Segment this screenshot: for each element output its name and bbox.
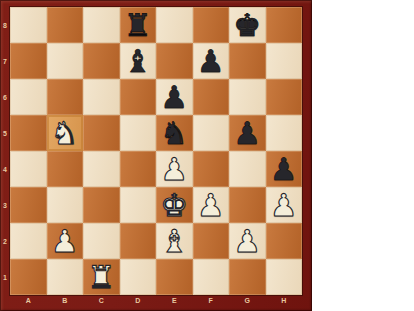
black-bishop-piece[interactable]: ♝: [124, 43, 152, 79]
white-bishop-piece[interactable]: ♝: [160, 223, 188, 259]
square-b6[interactable]: [47, 79, 84, 115]
white-pawn-piece[interactable]: ♟: [233, 223, 261, 259]
square-d4[interactable]: [120, 151, 157, 187]
square-d6[interactable]: [120, 79, 157, 115]
square-g4[interactable]: [229, 151, 266, 187]
file-label-a: A: [10, 295, 47, 311]
black-pawn-piece[interactable]: ♟: [160, 79, 188, 115]
square-f4[interactable]: [193, 151, 230, 187]
square-e4[interactable]: ♟: [156, 151, 193, 187]
white-knight-piece[interactable]: ♞: [51, 115, 79, 151]
black-pawn-piece[interactable]: ♟: [197, 43, 225, 79]
square-c7[interactable]: [83, 43, 120, 79]
rank-label-2: 2: [0, 223, 10, 259]
square-b4[interactable]: [47, 151, 84, 187]
square-e8[interactable]: [156, 7, 193, 43]
square-e3[interactable]: ♚: [156, 187, 193, 223]
square-h5[interactable]: [266, 115, 303, 151]
white-king-piece[interactable]: ♚: [160, 187, 188, 223]
black-knight-piece[interactable]: ♞: [160, 115, 188, 151]
square-a2[interactable]: [10, 223, 47, 259]
file-label-f: F: [193, 295, 230, 311]
white-pawn-piece[interactable]: ♟: [160, 151, 188, 187]
square-a3[interactable]: [10, 187, 47, 223]
square-b5[interactable]: ♞: [47, 115, 84, 151]
square-b3[interactable]: [47, 187, 84, 223]
square-b8[interactable]: [47, 7, 84, 43]
rank-label-7: 7: [0, 43, 10, 79]
square-a4[interactable]: [10, 151, 47, 187]
square-c5[interactable]: [83, 115, 120, 151]
square-c6[interactable]: [83, 79, 120, 115]
square-c8[interactable]: [83, 7, 120, 43]
square-d7[interactable]: ♝: [120, 43, 157, 79]
square-h6[interactable]: [266, 79, 303, 115]
square-g5[interactable]: ♟: [229, 115, 266, 151]
chess-board[interactable]: ♜♚♝♟♟♞♞♟♟♟♚♟♟♟♝♟♜: [10, 7, 302, 295]
square-c2[interactable]: [83, 223, 120, 259]
square-c1[interactable]: ♜: [83, 259, 120, 295]
square-g1[interactable]: [229, 259, 266, 295]
file-label-h: H: [266, 295, 303, 311]
square-h7[interactable]: [266, 43, 303, 79]
square-f5[interactable]: [193, 115, 230, 151]
black-pawn-piece[interactable]: ♟: [270, 151, 298, 187]
square-a6[interactable]: [10, 79, 47, 115]
square-f7[interactable]: ♟: [193, 43, 230, 79]
square-f3[interactable]: ♟: [193, 187, 230, 223]
black-pawn-piece[interactable]: ♟: [233, 115, 261, 151]
square-d1[interactable]: [120, 259, 157, 295]
square-g7[interactable]: [229, 43, 266, 79]
square-c4[interactable]: [83, 151, 120, 187]
square-f2[interactable]: [193, 223, 230, 259]
square-f8[interactable]: [193, 7, 230, 43]
square-d3[interactable]: [120, 187, 157, 223]
white-pawn-piece[interactable]: ♟: [51, 223, 79, 259]
square-h1[interactable]: [266, 259, 303, 295]
rank-labels: 87654321: [0, 7, 10, 295]
white-rook-piece[interactable]: ♜: [87, 259, 115, 295]
square-h8[interactable]: [266, 7, 303, 43]
square-a5[interactable]: [10, 115, 47, 151]
square-f1[interactable]: [193, 259, 230, 295]
square-c3[interactable]: [83, 187, 120, 223]
square-e1[interactable]: [156, 259, 193, 295]
file-label-e: E: [156, 295, 193, 311]
square-e5[interactable]: ♞: [156, 115, 193, 151]
chess-board-frame: 87654321 ABCDEFGH ♜♚♝♟♟♞♞♟♟♟♚♟♟♟♝♟♜: [0, 0, 312, 311]
square-h3[interactable]: ♟: [266, 187, 303, 223]
square-g2[interactable]: ♟: [229, 223, 266, 259]
file-label-d: D: [120, 295, 157, 311]
square-a8[interactable]: [10, 7, 47, 43]
square-f6[interactable]: [193, 79, 230, 115]
rank-label-6: 6: [0, 79, 10, 115]
file-labels: ABCDEFGH: [10, 295, 302, 311]
square-a7[interactable]: [10, 43, 47, 79]
file-label-g: G: [229, 295, 266, 311]
file-label-c: C: [83, 295, 120, 311]
square-d8[interactable]: ♜: [120, 7, 157, 43]
rank-label-5: 5: [0, 115, 10, 151]
square-h4[interactable]: ♟: [266, 151, 303, 187]
square-d2[interactable]: [120, 223, 157, 259]
square-b7[interactable]: [47, 43, 84, 79]
black-king-piece[interactable]: ♚: [233, 7, 261, 43]
rank-label-8: 8: [0, 7, 10, 43]
square-g8[interactable]: ♚: [229, 7, 266, 43]
file-label-b: B: [47, 295, 84, 311]
rank-label-3: 3: [0, 187, 10, 223]
square-e6[interactable]: ♟: [156, 79, 193, 115]
rank-label-1: 1: [0, 259, 10, 295]
square-d5[interactable]: [120, 115, 157, 151]
rank-label-4: 4: [0, 151, 10, 187]
square-a1[interactable]: [10, 259, 47, 295]
square-e7[interactable]: [156, 43, 193, 79]
white-pawn-piece[interactable]: ♟: [197, 187, 225, 223]
square-g3[interactable]: [229, 187, 266, 223]
black-rook-piece[interactable]: ♜: [124, 7, 152, 43]
square-b1[interactable]: [47, 259, 84, 295]
square-h2[interactable]: [266, 223, 303, 259]
page-background: 87654321 ABCDEFGH ♜♚♝♟♟♞♞♟♟♟♚♟♟♟♝♟♜: [0, 0, 414, 311]
white-pawn-piece[interactable]: ♟: [270, 187, 298, 223]
square-e2[interactable]: ♝: [156, 223, 193, 259]
square-b2[interactable]: ♟: [47, 223, 84, 259]
square-g6[interactable]: [229, 79, 266, 115]
